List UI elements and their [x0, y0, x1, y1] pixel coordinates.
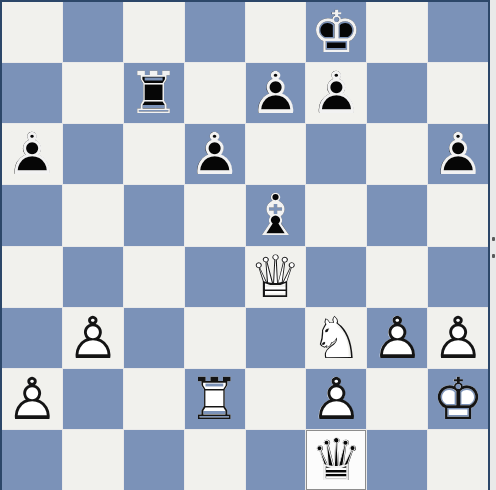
- black-pawn-outline-glyph: ♙: [2, 124, 62, 184]
- square-g3[interactable]: ♟♙: [367, 308, 427, 368]
- square-h1[interactable]: [428, 430, 488, 490]
- black-pawn-outline-glyph: ♙: [428, 124, 488, 184]
- white-pawn-outline-glyph: ♙: [306, 369, 366, 429]
- white-king-outline-glyph: ♔: [428, 369, 488, 429]
- chess-board[interactable]: ♚♔♜♖♟♙♟♙♟♙♟♙♟♙♝♗♛♕♟♙♞♘♟♙♟♙♟♙♜♖♟♙♚♔♛♕: [0, 0, 490, 490]
- black-pawn[interactable]: ♟♙: [2, 124, 62, 184]
- square-a1[interactable]: [2, 430, 62, 490]
- square-e7[interactable]: ♟♙: [246, 63, 306, 123]
- square-d4[interactable]: [185, 247, 245, 307]
- black-rook-outline-glyph: ♖: [124, 63, 184, 123]
- square-h6[interactable]: ♟♙: [428, 124, 488, 184]
- white-pawn[interactable]: ♟♙: [306, 369, 366, 429]
- square-f3[interactable]: ♞♘: [306, 308, 366, 368]
- square-b8[interactable]: [63, 2, 123, 62]
- square-b1[interactable]: [63, 430, 123, 490]
- square-d1[interactable]: [185, 430, 245, 490]
- square-g5[interactable]: [367, 185, 427, 245]
- square-b2[interactable]: [63, 369, 123, 429]
- white-pawn-outline-glyph: ♙: [428, 308, 488, 368]
- black-queen-outline-glyph: ♕: [306, 430, 366, 490]
- black-king-outline-glyph: ♔: [306, 2, 366, 62]
- square-c4[interactable]: [124, 247, 184, 307]
- white-rook-outline-glyph: ♖: [185, 369, 245, 429]
- white-rook[interactable]: ♜♖: [185, 369, 245, 429]
- square-c2[interactable]: [124, 369, 184, 429]
- square-c6[interactable]: [124, 124, 184, 184]
- square-f2[interactable]: ♟♙: [306, 369, 366, 429]
- square-g2[interactable]: [367, 369, 427, 429]
- square-d3[interactable]: [185, 308, 245, 368]
- white-knight-outline-glyph: ♘: [306, 308, 366, 368]
- square-a4[interactable]: [2, 247, 62, 307]
- square-g4[interactable]: [367, 247, 427, 307]
- square-d7[interactable]: [185, 63, 245, 123]
- square-f7[interactable]: ♟♙: [306, 63, 366, 123]
- black-pawn[interactable]: ♟♙: [185, 124, 245, 184]
- square-f4[interactable]: [306, 247, 366, 307]
- square-b7[interactable]: [63, 63, 123, 123]
- square-d6[interactable]: ♟♙: [185, 124, 245, 184]
- white-pawn-outline-glyph: ♙: [2, 369, 62, 429]
- square-a2[interactable]: ♟♙: [2, 369, 62, 429]
- page-background-strip: [490, 0, 496, 490]
- black-pawn-outline-glyph: ♙: [246, 63, 306, 123]
- square-e5[interactable]: ♝♗: [246, 185, 306, 245]
- black-pawn[interactable]: ♟♙: [246, 63, 306, 123]
- square-b3[interactable]: ♟♙: [63, 308, 123, 368]
- square-d8[interactable]: [185, 2, 245, 62]
- white-pawn[interactable]: ♟♙: [428, 308, 488, 368]
- square-e8[interactable]: [246, 2, 306, 62]
- white-king[interactable]: ♚♔: [428, 369, 488, 429]
- square-a5[interactable]: [2, 185, 62, 245]
- square-h7[interactable]: [428, 63, 488, 123]
- square-h5[interactable]: [428, 185, 488, 245]
- square-b5[interactable]: [63, 185, 123, 245]
- black-pawn[interactable]: ♟♙: [428, 124, 488, 184]
- square-e1[interactable]: [246, 430, 306, 490]
- black-pawn-outline-glyph: ♙: [185, 124, 245, 184]
- square-c5[interactable]: [124, 185, 184, 245]
- black-pawn-outline-glyph: ♙: [306, 63, 366, 123]
- square-c8[interactable]: [124, 2, 184, 62]
- square-d2[interactable]: ♜♖: [185, 369, 245, 429]
- square-a6[interactable]: ♟♙: [2, 124, 62, 184]
- edge-artifact: [492, 237, 495, 241]
- black-bishop[interactable]: ♝♗: [246, 185, 306, 245]
- square-e3[interactable]: [246, 308, 306, 368]
- square-f6[interactable]: [306, 124, 366, 184]
- white-pawn-outline-glyph: ♙: [367, 308, 427, 368]
- square-e6[interactable]: [246, 124, 306, 184]
- square-g1[interactable]: [367, 430, 427, 490]
- square-f5[interactable]: [306, 185, 366, 245]
- square-h8[interactable]: [428, 2, 488, 62]
- white-queen[interactable]: ♛♕: [246, 247, 306, 307]
- square-h2[interactable]: ♚♔: [428, 369, 488, 429]
- black-king[interactable]: ♚♔: [306, 2, 366, 62]
- white-pawn[interactable]: ♟♙: [2, 369, 62, 429]
- square-a7[interactable]: [2, 63, 62, 123]
- square-c3[interactable]: [124, 308, 184, 368]
- black-bishop-outline-glyph: ♗: [246, 185, 306, 245]
- square-g8[interactable]: [367, 2, 427, 62]
- square-g6[interactable]: [367, 124, 427, 184]
- square-h3[interactable]: ♟♙: [428, 308, 488, 368]
- square-e2[interactable]: [246, 369, 306, 429]
- square-g7[interactable]: [367, 63, 427, 123]
- square-h4[interactable]: [428, 247, 488, 307]
- square-f1[interactable]: ♛♕: [306, 430, 366, 490]
- square-a3[interactable]: [2, 308, 62, 368]
- square-b4[interactable]: [63, 247, 123, 307]
- chess-app-viewport: ♚♔♜♖♟♙♟♙♟♙♟♙♟♙♝♗♛♕♟♙♞♘♟♙♟♙♟♙♜♖♟♙♚♔♛♕: [0, 0, 496, 490]
- edge-artifact: [492, 254, 495, 258]
- black-queen[interactable]: ♛♕: [306, 430, 366, 490]
- square-f8[interactable]: ♚♔: [306, 2, 366, 62]
- white-queen-outline-glyph: ♕: [246, 247, 306, 307]
- black-rook[interactable]: ♜♖: [124, 63, 184, 123]
- square-c1[interactable]: [124, 430, 184, 490]
- white-knight[interactable]: ♞♘: [306, 308, 366, 368]
- white-pawn[interactable]: ♟♙: [63, 308, 123, 368]
- white-pawn[interactable]: ♟♙: [367, 308, 427, 368]
- square-c7[interactable]: ♜♖: [124, 63, 184, 123]
- square-a8[interactable]: [2, 2, 62, 62]
- square-d5[interactable]: [185, 185, 245, 245]
- square-e4[interactable]: ♛♕: [246, 247, 306, 307]
- white-pawn-outline-glyph: ♙: [63, 308, 123, 368]
- black-pawn[interactable]: ♟♙: [306, 63, 366, 123]
- square-b6[interactable]: [63, 124, 123, 184]
